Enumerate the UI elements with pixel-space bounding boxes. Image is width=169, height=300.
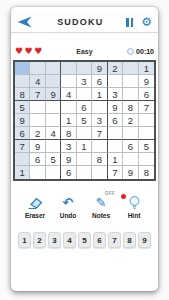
cell-r4c3[interactable] <box>46 101 61 114</box>
cell-r8c7[interactable]: 1 <box>108 153 123 166</box>
cell-r2c4[interactable] <box>61 75 76 88</box>
cell-r5c9[interactable] <box>139 114 154 127</box>
cell-r9c1[interactable]: 1 <box>15 166 30 179</box>
cell-r9c5[interactable] <box>77 166 92 179</box>
hint-button[interactable]: Hint <box>119 195 149 219</box>
pencil-icon: ✎ <box>96 195 107 210</box>
cell-r2c3[interactable] <box>46 75 61 88</box>
cell-r5c7[interactable]: 6 <box>108 114 123 127</box>
cell-r4c7[interactable]: 9 <box>108 101 123 114</box>
settings-button[interactable]: ⚙ <box>141 16 152 28</box>
header-bar: SUDOKU ⚙ <box>11 12 158 33</box>
sudoku-board: 9214369879413656987915362624877931656598… <box>13 60 156 181</box>
numpad-key-9[interactable]: 9 <box>138 232 151 248</box>
cell-r1c9[interactable]: 1 <box>139 62 154 75</box>
cell-r8c6[interactable]: 8 <box>92 153 107 166</box>
cell-r4c4[interactable] <box>61 101 76 114</box>
pause-button[interactable] <box>125 17 134 28</box>
cell-r4c1[interactable]: 5 <box>15 101 30 114</box>
cell-r2c5[interactable]: 3 <box>77 75 92 88</box>
cell-r9c7[interactable]: 7 <box>108 166 123 179</box>
back-button[interactable] <box>17 15 35 29</box>
difficulty-label: Easy <box>59 48 110 55</box>
numpad-key-8[interactable]: 8 <box>123 232 136 248</box>
heart-icon: ♥ <box>15 46 25 56</box>
cell-r8c9[interactable] <box>139 153 154 166</box>
cell-r9c3[interactable] <box>46 166 61 179</box>
pause-icon <box>126 18 128 27</box>
hint-badge <box>121 194 126 199</box>
cell-r9c4[interactable]: 6 <box>61 166 76 179</box>
screenshot-background: SUDOKU ⚙ ♥♥♥ Easy 00:10 9214369879413656… <box>0 0 169 300</box>
eraser-icon <box>27 195 43 210</box>
cell-r7c6[interactable] <box>92 140 107 153</box>
cell-r7c5[interactable]: 1 <box>77 140 92 153</box>
undo-label: Undo <box>60 212 77 219</box>
cell-r9c9[interactable]: 8 <box>139 166 154 179</box>
clock-icon <box>127 48 134 55</box>
cell-r5c5[interactable]: 5 <box>77 114 92 127</box>
cell-r8c4[interactable]: 9 <box>61 153 76 166</box>
cell-r2c6[interactable]: 6 <box>92 75 107 88</box>
cell-r7c9[interactable]: 5 <box>139 140 154 153</box>
cell-r3c6[interactable]: 1 <box>92 88 107 101</box>
cell-r1c3[interactable] <box>46 62 61 75</box>
phone-screen-card: SUDOKU ⚙ ♥♥♥ Easy 00:10 9214369879413656… <box>11 7 158 291</box>
cell-r6c4[interactable]: 8 <box>61 127 76 140</box>
hint-label: Hint <box>128 212 141 219</box>
cell-r3c7[interactable]: 3 <box>108 88 123 101</box>
notes-label: Notes <box>92 212 110 219</box>
cell-r6c6[interactable]: 7 <box>92 127 107 140</box>
numpad-key-6[interactable]: 6 <box>93 232 106 248</box>
numpad-key-5[interactable]: 5 <box>78 232 91 248</box>
header-actions: ⚙ <box>125 16 152 28</box>
cell-r2c8[interactable] <box>123 75 138 88</box>
cell-r7c4[interactable]: 3 <box>61 140 76 153</box>
cell-r1c7[interactable]: 2 <box>108 62 123 75</box>
cell-r1c4[interactable] <box>61 62 76 75</box>
cell-r3c3[interactable]: 9 <box>46 88 61 101</box>
number-pad: 123456789 <box>11 232 158 248</box>
cell-r7c1[interactable]: 7 <box>15 140 30 153</box>
cell-r1c8[interactable] <box>123 62 138 75</box>
cell-r9c8[interactable]: 9 <box>123 166 138 179</box>
cell-r5c3[interactable] <box>46 114 61 127</box>
gear-icon: ⚙ <box>141 15 152 29</box>
numpad-key-7[interactable]: 7 <box>108 232 121 248</box>
toolbar: Eraser ↶ Undo OFF ✎ Notes <box>11 195 158 219</box>
app-title: SUDOKU <box>35 17 125 27</box>
heart-icon: ♥ <box>25 46 35 56</box>
cell-r6c1[interactable]: 6 <box>15 127 30 140</box>
cell-r9c2[interactable] <box>30 166 45 179</box>
cell-r2c7[interactable] <box>108 75 123 88</box>
heart-icon: ♥ <box>34 46 44 56</box>
cell-r4c6[interactable] <box>92 101 107 114</box>
cell-r3c4[interactable]: 4 <box>61 88 76 101</box>
timer-value: 00:10 <box>136 48 154 55</box>
cell-r1c6[interactable]: 9 <box>92 62 107 75</box>
cell-r7c3[interactable] <box>46 140 61 153</box>
numpad-key-4[interactable]: 4 <box>63 232 76 248</box>
numpad-key-3[interactable]: 3 <box>48 232 61 248</box>
back-arrow-icon <box>17 16 32 28</box>
cell-r4c8[interactable]: 8 <box>123 101 138 114</box>
eraser-button[interactable]: Eraser <box>20 195 50 219</box>
cell-r2c2[interactable]: 4 <box>30 75 45 88</box>
cell-r7c8[interactable]: 6 <box>123 140 138 153</box>
cell-r3c8[interactable] <box>123 88 138 101</box>
eraser-label: Eraser <box>25 212 45 219</box>
cell-r5c6[interactable]: 3 <box>92 114 107 127</box>
cell-r5c8[interactable]: 2 <box>123 114 138 127</box>
cell-r7c7[interactable] <box>108 140 123 153</box>
numpad-key-2[interactable]: 2 <box>33 232 46 248</box>
cell-r1c2[interactable] <box>30 62 45 75</box>
cell-r8c3[interactable]: 5 <box>46 153 61 166</box>
cell-r5c2[interactable] <box>30 114 45 127</box>
status-row: ♥♥♥ Easy 00:10 <box>15 46 154 57</box>
cell-r3c9[interactable]: 6 <box>139 88 154 101</box>
undo-button[interactable]: ↶ Undo <box>53 195 83 219</box>
cell-r5c4[interactable]: 1 <box>61 114 76 127</box>
cell-r1c5[interactable] <box>77 62 92 75</box>
cell-r2c1[interactable] <box>15 75 30 88</box>
cell-r4c9[interactable]: 7 <box>139 101 154 114</box>
cell-r6c2[interactable]: 2 <box>30 127 45 140</box>
cell-r6c7[interactable] <box>108 127 123 140</box>
cell-r8c1[interactable] <box>15 153 30 166</box>
lightbulb-icon <box>127 195 141 210</box>
undo-icon: ↶ <box>63 195 74 210</box>
notes-state-badge: OFF <box>105 191 115 196</box>
cell-r8c5[interactable] <box>77 153 92 166</box>
cell-r3c2[interactable]: 7 <box>30 88 45 101</box>
cell-r8c2[interactable]: 6 <box>30 153 45 166</box>
cell-r3c5[interactable] <box>77 88 92 101</box>
lives-hearts: ♥♥♥ <box>15 47 59 56</box>
cell-r3c1[interactable]: 8 <box>15 88 30 101</box>
cell-r6c8[interactable] <box>123 127 138 140</box>
cell-r6c3[interactable]: 4 <box>46 127 61 140</box>
timer-group: 00:10 <box>110 48 154 55</box>
numpad-key-1[interactable]: 1 <box>18 232 31 248</box>
cell-r7c2[interactable]: 9 <box>30 140 45 153</box>
cell-r2c9[interactable]: 9 <box>139 75 154 88</box>
cell-r6c9[interactable] <box>139 127 154 140</box>
cell-r4c2[interactable] <box>30 101 45 114</box>
cell-r8c8[interactable] <box>123 153 138 166</box>
cell-r1c1[interactable] <box>15 62 30 75</box>
cell-r4c5[interactable]: 6 <box>77 101 92 114</box>
cell-r5c1[interactable]: 9 <box>15 114 30 127</box>
cell-r9c6[interactable] <box>92 166 107 179</box>
cell-r6c5[interactable] <box>77 127 92 140</box>
notes-button[interactable]: OFF ✎ Notes <box>86 195 116 219</box>
